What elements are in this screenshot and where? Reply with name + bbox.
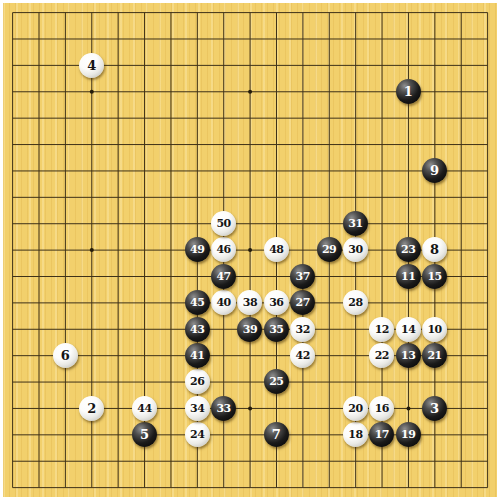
stone-black-17: 17 <box>369 422 394 447</box>
stone-white-22: 22 <box>369 343 394 368</box>
stone-white-12: 12 <box>369 317 394 342</box>
stone-black-35: 35 <box>264 317 289 342</box>
stone-white-48: 48 <box>264 237 289 262</box>
stone-black-25: 25 <box>264 369 289 394</box>
stone-black-37: 37 <box>290 264 315 289</box>
stone-white-36: 36 <box>264 290 289 315</box>
stone-white-50: 50 <box>211 211 236 236</box>
stone-black-9: 9 <box>422 158 447 183</box>
stone-white-6: 6 <box>53 343 78 368</box>
stone-white-4: 4 <box>79 53 104 78</box>
stone-white-20: 20 <box>343 396 368 421</box>
stone-white-46: 46 <box>211 237 236 262</box>
stone-white-34: 34 <box>185 396 210 421</box>
stone-white-2: 2 <box>79 396 104 421</box>
stone-white-40: 40 <box>211 290 236 315</box>
stone-black-23: 23 <box>396 237 421 262</box>
stone-black-13: 13 <box>396 343 421 368</box>
go-board[interactable]: 1234567891011121314151617181920212223242… <box>3 3 497 497</box>
stone-black-27: 27 <box>290 290 315 315</box>
stone-black-45: 45 <box>185 290 210 315</box>
stone-white-18: 18 <box>343 422 368 447</box>
stone-black-19: 19 <box>396 422 421 447</box>
stone-white-10: 10 <box>422 317 447 342</box>
stone-white-24: 24 <box>185 422 210 447</box>
stone-white-16: 16 <box>369 396 394 421</box>
stone-white-38: 38 <box>237 290 262 315</box>
stone-black-7: 7 <box>264 422 289 447</box>
stone-black-43: 43 <box>185 317 210 342</box>
stone-black-33: 33 <box>211 396 236 421</box>
stone-white-8: 8 <box>422 237 447 262</box>
stone-white-30: 30 <box>343 237 368 262</box>
stone-black-47: 47 <box>211 264 236 289</box>
stone-black-11: 11 <box>396 264 421 289</box>
stone-white-32: 32 <box>290 317 315 342</box>
stone-black-31: 31 <box>343 211 368 236</box>
stone-black-3: 3 <box>422 396 447 421</box>
stone-black-29: 29 <box>317 237 342 262</box>
stone-black-5: 5 <box>132 422 157 447</box>
board-grid: 1234567891011121314151617181920212223242… <box>0 0 500 500</box>
stone-black-49: 49 <box>185 237 210 262</box>
stone-black-21: 21 <box>422 343 447 368</box>
stone-white-28: 28 <box>343 290 368 315</box>
stone-black-1: 1 <box>396 79 421 104</box>
stone-black-41: 41 <box>185 343 210 368</box>
stone-white-44: 44 <box>132 396 157 421</box>
go-kifu-diagram: 1234567891011121314151617181920212223242… <box>0 0 500 500</box>
stone-white-14: 14 <box>396 317 421 342</box>
stone-black-39: 39 <box>237 317 262 342</box>
stone-white-26: 26 <box>185 369 210 394</box>
stone-black-15: 15 <box>422 264 447 289</box>
stone-white-42: 42 <box>290 343 315 368</box>
